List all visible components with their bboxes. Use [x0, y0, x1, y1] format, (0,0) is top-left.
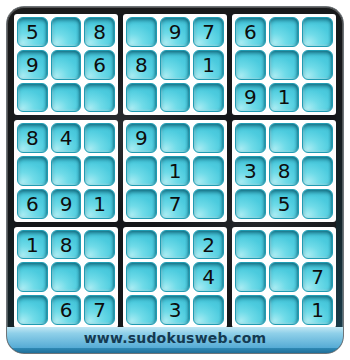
cell-r7c7[interactable]	[235, 230, 266, 260]
cell-r7c9[interactable]	[302, 230, 333, 260]
cell-r7c4[interactable]	[126, 230, 157, 260]
cell-r3c1[interactable]	[17, 83, 48, 113]
cell-r2c1[interactable]: 9	[17, 50, 48, 80]
cell-r1c9[interactable]	[302, 17, 333, 47]
cell-r3c3[interactable]	[84, 83, 115, 113]
cell-r4c8[interactable]	[269, 123, 300, 153]
cell-r5c6[interactable]	[193, 156, 224, 186]
cell-r9c2[interactable]: 6	[51, 295, 82, 325]
cell-r3c7[interactable]: 9	[235, 83, 266, 113]
site-url[interactable]: www.sudokusweb.com	[84, 330, 267, 346]
cell-r4c7[interactable]	[235, 123, 266, 153]
box-bottom-right: 71	[232, 227, 336, 328]
cell-r7c8[interactable]	[269, 230, 300, 260]
cell-r4c6[interactable]	[193, 123, 224, 153]
cell-r5c7[interactable]: 3	[235, 156, 266, 186]
cell-r2c6[interactable]: 1	[193, 50, 224, 80]
cell-r2c3[interactable]: 6	[84, 50, 115, 80]
cell-r1c4[interactable]	[126, 17, 157, 47]
cell-r8c8[interactable]	[269, 262, 300, 292]
cell-r2c4[interactable]: 8	[126, 50, 157, 80]
cell-r1c5[interactable]: 9	[160, 17, 191, 47]
cell-r7c5[interactable]	[160, 230, 191, 260]
cell-r3c4[interactable]	[126, 83, 157, 113]
board-frame: 5896 9781 691 84691 917 385 1867 243 71 …	[6, 6, 344, 354]
cell-r6c9[interactable]	[302, 189, 333, 219]
cell-r7c3[interactable]	[84, 230, 115, 260]
cell-r8c9[interactable]: 7	[302, 262, 333, 292]
cell-r8c5[interactable]	[160, 262, 191, 292]
cell-r5c3[interactable]	[84, 156, 115, 186]
cell-r5c9[interactable]	[302, 156, 333, 186]
cell-r2c8[interactable]	[269, 50, 300, 80]
cell-r1c6[interactable]: 7	[193, 17, 224, 47]
cell-r5c1[interactable]	[17, 156, 48, 186]
footer-bar: www.sudokusweb.com	[7, 327, 343, 348]
cell-r3c8[interactable]: 1	[269, 83, 300, 113]
box-middle-left: 84691	[14, 120, 118, 221]
cell-r6c8[interactable]: 5	[269, 189, 300, 219]
cell-r8c1[interactable]	[17, 262, 48, 292]
cell-r9c3[interactable]: 7	[84, 295, 115, 325]
cell-r9c4[interactable]	[126, 295, 157, 325]
cell-r1c8[interactable]	[269, 17, 300, 47]
cell-r2c7[interactable]	[235, 50, 266, 80]
cell-r6c5[interactable]: 7	[160, 189, 191, 219]
box-top-right: 691	[232, 14, 336, 115]
cell-r4c1[interactable]: 8	[17, 123, 48, 153]
cell-r5c4[interactable]	[126, 156, 157, 186]
cell-r5c5[interactable]: 1	[160, 156, 191, 186]
cell-r1c2[interactable]	[51, 17, 82, 47]
cell-r4c5[interactable]	[160, 123, 191, 153]
cell-r2c5[interactable]	[160, 50, 191, 80]
cell-r1c7[interactable]: 6	[235, 17, 266, 47]
box-middle-right: 385	[232, 120, 336, 221]
cell-r6c1[interactable]: 6	[17, 189, 48, 219]
cell-r8c4[interactable]	[126, 262, 157, 292]
footer-edge	[7, 348, 343, 353]
cell-r8c6[interactable]: 4	[193, 262, 224, 292]
cell-r7c1[interactable]: 1	[17, 230, 48, 260]
cell-r6c6[interactable]	[193, 189, 224, 219]
cell-r5c8[interactable]: 8	[269, 156, 300, 186]
cell-r3c5[interactable]	[160, 83, 191, 113]
cell-r9c8[interactable]	[269, 295, 300, 325]
cell-r6c2[interactable]: 9	[51, 189, 82, 219]
cell-r3c9[interactable]	[302, 83, 333, 113]
cell-r1c3[interactable]: 8	[84, 17, 115, 47]
box-top-left: 5896	[14, 14, 118, 115]
cell-r9c5[interactable]: 3	[160, 295, 191, 325]
cell-r7c6[interactable]: 2	[193, 230, 224, 260]
cell-r4c4[interactable]: 9	[126, 123, 157, 153]
box-top-center: 9781	[123, 14, 227, 115]
box-bottom-center: 243	[123, 227, 227, 328]
cell-r6c3[interactable]: 1	[84, 189, 115, 219]
cell-r3c6[interactable]	[193, 83, 224, 113]
box-bottom-left: 1867	[14, 227, 118, 328]
cell-r8c3[interactable]	[84, 262, 115, 292]
cell-r3c2[interactable]	[51, 83, 82, 113]
cell-r2c2[interactable]	[51, 50, 82, 80]
cell-r7c2[interactable]: 8	[51, 230, 82, 260]
cell-r6c4[interactable]	[126, 189, 157, 219]
cell-r9c9[interactable]: 1	[302, 295, 333, 325]
cell-r9c1[interactable]	[17, 295, 48, 325]
cell-r8c2[interactable]	[51, 262, 82, 292]
cell-r1c1[interactable]: 5	[17, 17, 48, 47]
sudoku-board: 5896 9781 691 84691 917 385 1867 243 71	[14, 14, 336, 328]
cell-r9c7[interactable]	[235, 295, 266, 325]
cell-r6c7[interactable]	[235, 189, 266, 219]
cell-r2c9[interactable]	[302, 50, 333, 80]
cell-r9c6[interactable]	[193, 295, 224, 325]
cell-r8c7[interactable]	[235, 262, 266, 292]
cell-r5c2[interactable]	[51, 156, 82, 186]
cell-r4c3[interactable]	[84, 123, 115, 153]
box-middle-center: 917	[123, 120, 227, 221]
cell-r4c2[interactable]: 4	[51, 123, 82, 153]
cell-r4c9[interactable]	[302, 123, 333, 153]
